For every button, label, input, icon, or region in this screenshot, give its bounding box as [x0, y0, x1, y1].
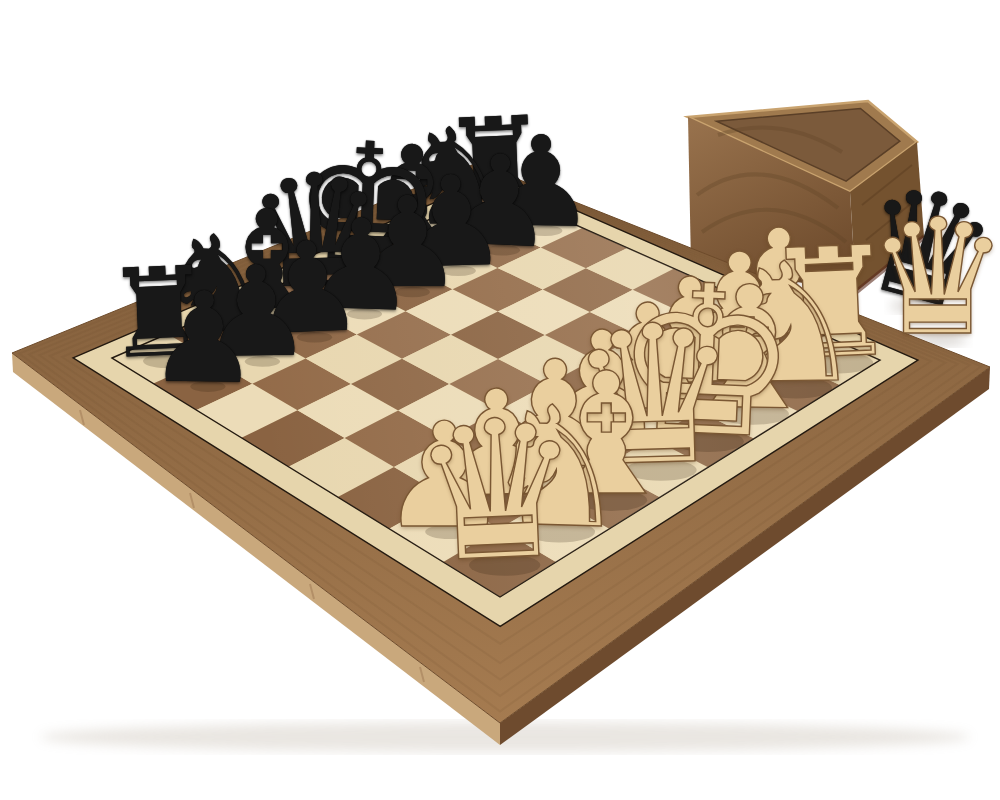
piece-black-pawn-a7[interactable]: ♟ — [147, 274, 261, 401]
chess-set-product-photo: ♜♞♝♛♚♝♞♜♟♟♟♟♟♟♟♟♟♟♟♟♟♟♟♟♛♞♝♛♚♝♞♜♛♛ — [0, 0, 1000, 800]
piece-white-queen-a1[interactable]: ♛ — [407, 392, 586, 590]
